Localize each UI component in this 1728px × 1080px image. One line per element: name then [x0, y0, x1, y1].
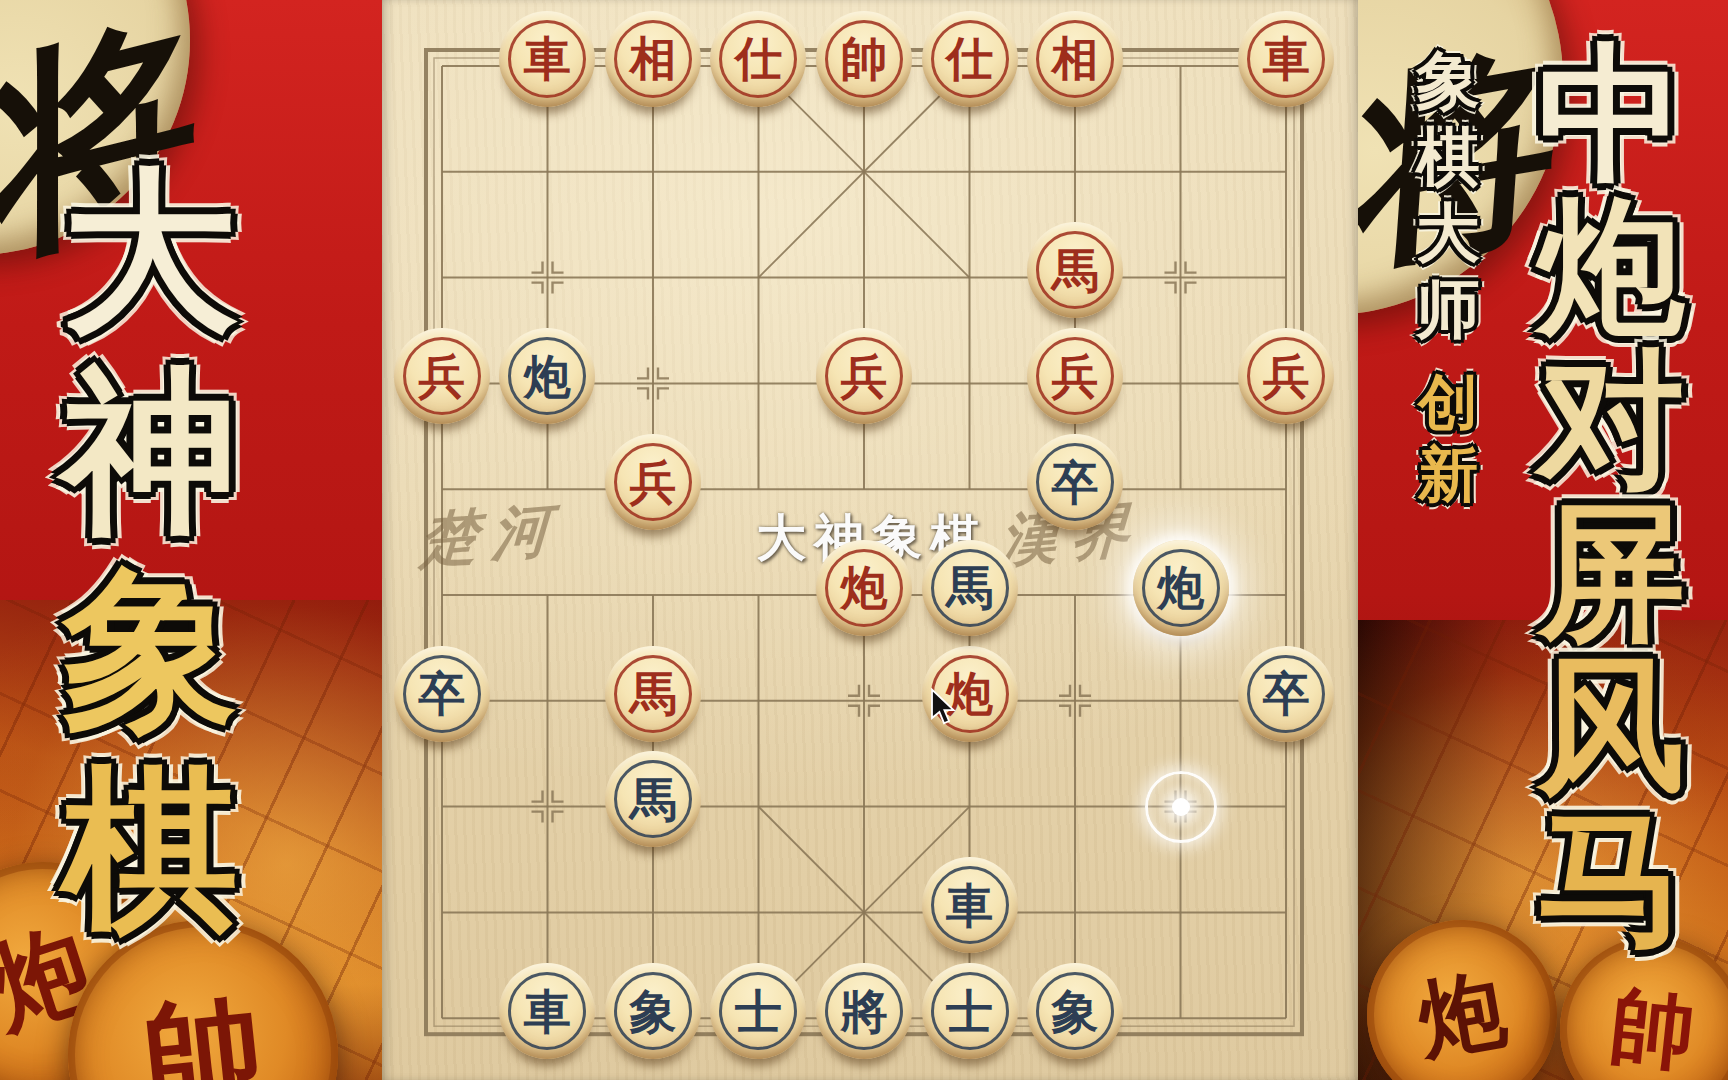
- piece-black-soldier[interactable]: 卒: [1238, 646, 1334, 742]
- piece-character: 兵: [1263, 353, 1310, 400]
- photo-piece-char: 炮: [1409, 950, 1514, 1080]
- piece-red-horse[interactable]: 馬: [1027, 222, 1123, 318]
- piece-red-horse[interactable]: 馬: [605, 646, 701, 742]
- piece-character: 馬: [629, 776, 676, 823]
- piece-character: 卒: [418, 670, 465, 717]
- rp-sub-char: 师: [1416, 271, 1480, 347]
- piece-black-horse[interactable]: 馬: [605, 751, 701, 847]
- piece-black-chariot[interactable]: 車: [922, 857, 1018, 953]
- piece-red-elephant[interactable]: 相: [605, 11, 701, 107]
- right-title-vertical: 中炮对屏风马: [1505, 37, 1717, 955]
- piece-character: 炮: [524, 353, 571, 400]
- right-decor-panel: 将 炮 帥 象棋大师 创新 中炮对屏风马: [1358, 0, 1728, 1080]
- piece-character: 車: [524, 988, 571, 1035]
- piece-black-elephant[interactable]: 象: [1027, 963, 1123, 1059]
- rp-sub-char: 棋: [1416, 119, 1480, 195]
- piece-character: 兵: [1052, 353, 1099, 400]
- piece-red-soldier[interactable]: 兵: [1027, 328, 1123, 424]
- rp-title-char: 对: [1537, 343, 1685, 496]
- piece-character: 象: [1052, 988, 1099, 1035]
- left-decor-panel: 将 炮 帥 大神象棋: [0, 0, 382, 1080]
- piece-black-soldier[interactable]: 卒: [394, 646, 490, 742]
- rp-title-char: 马: [1537, 802, 1685, 955]
- rp-sub-char: 大: [1416, 195, 1480, 271]
- piece-character: 將: [840, 988, 887, 1035]
- left-title-char: 大: [55, 152, 245, 351]
- cursor-icon: [930, 688, 957, 732]
- piece-red-cannon[interactable]: 炮: [816, 540, 912, 636]
- right-subtitle-vertical: 象棋大师: [1402, 43, 1494, 347]
- left-title-char: 象: [55, 550, 245, 749]
- photo-piece-char: 帥: [1605, 968, 1700, 1080]
- piece-character: 卒: [1052, 459, 1099, 506]
- piece-red-chariot[interactable]: 車: [1238, 11, 1334, 107]
- piece-character: 炮: [1157, 564, 1204, 611]
- piece-character: 馬: [629, 670, 676, 717]
- piece-black-elephant[interactable]: 象: [605, 963, 701, 1059]
- piece-red-chariot[interactable]: 車: [499, 11, 595, 107]
- rp-sub2-char: 创: [1418, 366, 1478, 438]
- piece-red-advisor[interactable]: 仕: [710, 11, 806, 107]
- piece-character: 馬: [1052, 247, 1099, 294]
- piece-red-advisor[interactable]: 仕: [922, 11, 1018, 107]
- piece-character: 車: [524, 35, 571, 82]
- piece-character: 仕: [735, 35, 782, 82]
- piece-character: 馬: [946, 564, 993, 611]
- rp-sub-char: 象: [1416, 43, 1480, 119]
- piece-black-advisor[interactable]: 士: [710, 963, 806, 1059]
- piece-red-elephant[interactable]: 相: [1027, 11, 1123, 107]
- left-title-vertical: 大神象棋: [55, 152, 245, 948]
- piece-character: 相: [1052, 35, 1099, 82]
- left-title-char: 棋: [55, 749, 245, 948]
- piece-character: 帥: [840, 35, 887, 82]
- target-dot: [1172, 798, 1190, 816]
- photo-piece-char: 帥: [136, 969, 270, 1080]
- right-subtitle2-vertical: 创新: [1402, 366, 1494, 510]
- piece-character: 兵: [840, 353, 887, 400]
- piece-character: 兵: [418, 353, 465, 400]
- rp-title-char: 风: [1537, 649, 1685, 802]
- piece-character: 車: [1263, 35, 1310, 82]
- piece-character: 仕: [946, 35, 993, 82]
- rp-title-char: 中: [1537, 37, 1685, 190]
- rp-sub2-char: 新: [1418, 438, 1478, 510]
- rp-title-char: 炮: [1537, 190, 1685, 343]
- piece-red-soldier[interactable]: 兵: [1238, 328, 1334, 424]
- piece-black-general[interactable]: 將: [816, 963, 912, 1059]
- piece-black-chariot[interactable]: 車: [499, 963, 595, 1059]
- piece-character: 士: [946, 988, 993, 1035]
- piece-character: 車: [946, 882, 993, 929]
- piece-red-general[interactable]: 帥: [816, 11, 912, 107]
- rp-title-char: 屏: [1537, 496, 1685, 649]
- piece-character: 相: [629, 35, 676, 82]
- piece-black-cannon[interactable]: 炮: [1133, 540, 1229, 636]
- piece-character: 卒: [1263, 670, 1310, 717]
- piece-black-cannon[interactable]: 炮: [499, 328, 595, 424]
- piece-character: 象: [629, 988, 676, 1035]
- piece-character: 士: [735, 988, 782, 1035]
- piece-character: 兵: [629, 459, 676, 506]
- piece-black-advisor[interactable]: 士: [922, 963, 1018, 1059]
- left-title-char: 神: [55, 351, 245, 550]
- piece-black-horse[interactable]: 馬: [922, 540, 1018, 636]
- board-intersections[interactable]: 車相仕帥仕相車馬兵兵兵兵兵炮馬炮炮卒馬炮卒卒馬車車象士將士象: [389, 13, 1339, 1071]
- move-target-indicator[interactable]: [1139, 765, 1223, 849]
- piece-red-soldier[interactable]: 兵: [394, 328, 490, 424]
- piece-character: 炮: [840, 564, 887, 611]
- xiangqi-board: 楚河 漢界 大神象棋 車相仕帥仕相車馬兵兵兵兵兵炮馬炮炮卒馬炮卒卒馬車車象士將士…: [382, 0, 1358, 1080]
- piece-black-soldier[interactable]: 卒: [1027, 434, 1123, 530]
- piece-red-soldier[interactable]: 兵: [605, 434, 701, 530]
- piece-red-soldier[interactable]: 兵: [816, 328, 912, 424]
